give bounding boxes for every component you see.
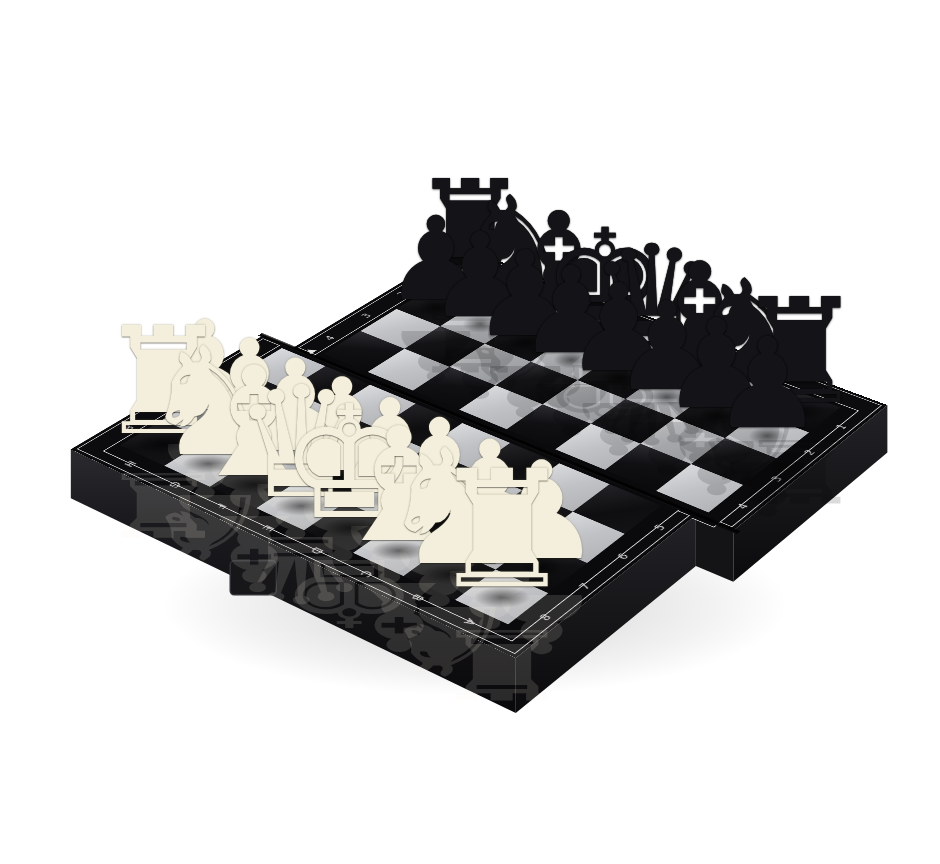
piece-reflection: ♜ (429, 615, 574, 712)
piece-white-rook-a8: ♜ (429, 450, 574, 612)
pieces-layer: ♜♜♞♞♝♝♚♚♛♛♝♝♞♞♜♜♟♟♟♟♟♟♟♟♟♟♟♟♟♟♟♟♟♟♟♟♟♟♟♟… (0, 0, 940, 864)
piece-black-pawn-a2: ♟ (711, 322, 823, 447)
product-photo-scene: HGFEDCBA11223344 HGFEDCBA55667788 ♜♜♞♞♝♝… (0, 0, 940, 864)
piece-reflection: ♟ (711, 450, 823, 525)
